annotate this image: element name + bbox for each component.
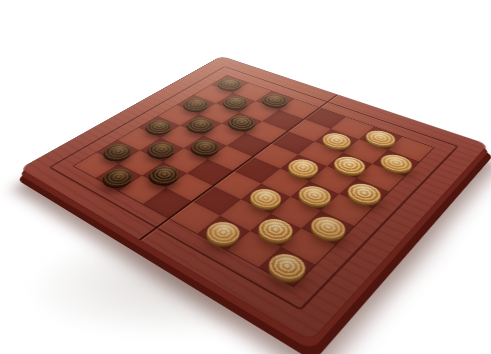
dark-piece[interactable]	[141, 118, 177, 137]
light-piece[interactable]	[330, 154, 370, 177]
light-piece[interactable]	[294, 183, 337, 209]
dark-piece[interactable]	[219, 94, 253, 111]
light-piece[interactable]	[244, 185, 286, 211]
light-piece[interactable]	[283, 156, 323, 179]
light-piece[interactable]	[263, 250, 311, 284]
light-piece[interactable]	[376, 152, 416, 175]
dark-piece[interactable]	[214, 76, 246, 91]
dark-piece[interactable]	[99, 141, 137, 162]
light-piece[interactable]	[305, 213, 350, 242]
light-piece[interactable]	[201, 218, 246, 247]
dark-piece[interactable]	[186, 137, 224, 158]
dark-piece[interactable]	[183, 115, 219, 133]
dark-piece[interactable]	[99, 165, 139, 188]
light-piece[interactable]	[362, 128, 400, 148]
light-piece[interactable]	[318, 130, 356, 150]
dark-piece[interactable]	[179, 96, 213, 113]
light-piece[interactable]	[343, 180, 386, 206]
perspective-wrapper	[0, 0, 491, 354]
light-piece[interactable]	[253, 215, 298, 244]
checkers-board	[20, 56, 487, 341]
dark-piece[interactable]	[224, 113, 260, 131]
dark-piece[interactable]	[258, 92, 292, 109]
pieces-layer	[74, 75, 434, 286]
dark-piece[interactable]	[143, 139, 181, 160]
product-photo-scene	[0, 0, 491, 354]
camera-tilt-wrapper	[0, 0, 491, 354]
dark-piece[interactable]	[145, 163, 185, 186]
